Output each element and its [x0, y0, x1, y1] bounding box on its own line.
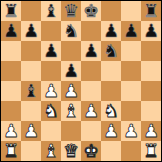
square-d4[interactable]: ♟: [61, 81, 81, 101]
white-pawn[interactable]: ♟: [143, 121, 159, 141]
square-a6[interactable]: [1, 41, 21, 61]
black-pawn[interactable]: ♟: [83, 41, 99, 61]
square-h5[interactable]: [141, 61, 161, 81]
square-h8[interactable]: ♜: [141, 1, 161, 21]
square-g5[interactable]: [121, 61, 141, 81]
black-rook[interactable]: ♜: [143, 1, 159, 21]
square-d8[interactable]: ♛: [61, 1, 81, 21]
white-pawn[interactable]: ♟: [63, 81, 79, 101]
black-knight[interactable]: ♞: [63, 21, 79, 41]
square-a5[interactable]: [1, 61, 21, 81]
white-king[interactable]: ♚: [83, 141, 99, 161]
white-pawn[interactable]: ♟: [103, 121, 119, 141]
square-a3[interactable]: [1, 101, 21, 121]
square-f4[interactable]: [101, 81, 121, 101]
square-a2[interactable]: ♟: [1, 121, 21, 141]
square-e7[interactable]: [81, 21, 101, 41]
square-c8[interactable]: ♝: [41, 1, 61, 21]
black-pawn[interactable]: ♟: [143, 21, 159, 41]
white-knight[interactable]: ♞: [103, 101, 119, 121]
black-rook[interactable]: ♜: [3, 1, 19, 21]
square-e6[interactable]: ♟: [81, 41, 101, 61]
white-knight[interactable]: ♞: [43, 101, 59, 121]
white-pawn[interactable]: ♟: [3, 121, 19, 141]
square-g1[interactable]: [121, 141, 141, 161]
square-g6[interactable]: [121, 41, 141, 61]
chess-board: ♜♝♛♚♜♟♟♞♟♟♟♟♟♞♟♝♟♟♞♝♟♞♟♟♟♟♟♜♝♛♚♜: [0, 0, 162, 162]
square-f2[interactable]: ♟: [101, 121, 121, 141]
square-g2[interactable]: ♟: [121, 121, 141, 141]
white-pawn[interactable]: ♟: [83, 101, 99, 121]
square-c4[interactable]: ♟: [41, 81, 61, 101]
square-h1[interactable]: ♜: [141, 141, 161, 161]
square-f5[interactable]: [101, 61, 121, 81]
square-f1[interactable]: [101, 141, 121, 161]
black-pawn[interactable]: ♟: [63, 61, 79, 81]
square-f8[interactable]: [101, 1, 121, 21]
square-c1[interactable]: ♝: [41, 141, 61, 161]
black-queen[interactable]: ♛: [63, 1, 79, 21]
square-g3[interactable]: [121, 101, 141, 121]
white-pawn[interactable]: ♟: [23, 121, 39, 141]
black-bishop[interactable]: ♝: [23, 81, 39, 101]
white-bishop[interactable]: ♝: [63, 101, 79, 121]
square-e4[interactable]: [81, 81, 101, 101]
black-knight[interactable]: ♞: [103, 41, 119, 61]
square-h6[interactable]: [141, 41, 161, 61]
square-f6[interactable]: ♞: [101, 41, 121, 61]
square-g8[interactable]: [121, 1, 141, 21]
square-c6[interactable]: ♟: [41, 41, 61, 61]
square-b5[interactable]: [21, 61, 41, 81]
white-pawn[interactable]: ♟: [43, 81, 59, 101]
black-pawn[interactable]: ♟: [103, 21, 119, 41]
white-rook[interactable]: ♜: [3, 141, 19, 161]
square-d2[interactable]: [61, 121, 81, 141]
square-c7[interactable]: [41, 21, 61, 41]
square-b6[interactable]: [21, 41, 41, 61]
black-king[interactable]: ♚: [83, 1, 99, 21]
white-bishop[interactable]: ♝: [43, 141, 59, 161]
white-queen[interactable]: ♛: [63, 141, 79, 161]
white-rook[interactable]: ♜: [143, 141, 159, 161]
square-b8[interactable]: [21, 1, 41, 21]
square-h2[interactable]: ♟: [141, 121, 161, 141]
square-g7[interactable]: ♟: [121, 21, 141, 41]
square-d5[interactable]: ♟: [61, 61, 81, 81]
white-pawn[interactable]: ♟: [123, 121, 139, 141]
square-b1[interactable]: [21, 141, 41, 161]
square-e1[interactable]: ♚: [81, 141, 101, 161]
square-h3[interactable]: [141, 101, 161, 121]
black-pawn[interactable]: ♟: [3, 21, 19, 41]
square-b3[interactable]: [21, 101, 41, 121]
square-b2[interactable]: ♟: [21, 121, 41, 141]
square-f3[interactable]: ♞: [101, 101, 121, 121]
square-b7[interactable]: ♟: [21, 21, 41, 41]
square-e3[interactable]: ♟: [81, 101, 101, 121]
black-pawn[interactable]: ♟: [123, 21, 139, 41]
square-c5[interactable]: [41, 61, 61, 81]
square-c3[interactable]: ♞: [41, 101, 61, 121]
square-e2[interactable]: [81, 121, 101, 141]
square-a1[interactable]: ♜: [1, 141, 21, 161]
square-h7[interactable]: ♟: [141, 21, 161, 41]
square-a7[interactable]: ♟: [1, 21, 21, 41]
square-e5[interactable]: [81, 61, 101, 81]
square-d7[interactable]: ♞: [61, 21, 81, 41]
black-bishop[interactable]: ♝: [43, 1, 59, 21]
square-a4[interactable]: [1, 81, 21, 101]
square-d6[interactable]: [61, 41, 81, 61]
black-pawn[interactable]: ♟: [43, 41, 59, 61]
square-c2[interactable]: [41, 121, 61, 141]
square-b4[interactable]: ♝: [21, 81, 41, 101]
square-d1[interactable]: ♛: [61, 141, 81, 161]
square-g4[interactable]: [121, 81, 141, 101]
square-a8[interactable]: ♜: [1, 1, 21, 21]
black-pawn[interactable]: ♟: [23, 21, 39, 41]
square-d3[interactable]: ♝: [61, 101, 81, 121]
square-h4[interactable]: [141, 81, 161, 101]
square-f7[interactable]: ♟: [101, 21, 121, 41]
square-e8[interactable]: ♚: [81, 1, 101, 21]
